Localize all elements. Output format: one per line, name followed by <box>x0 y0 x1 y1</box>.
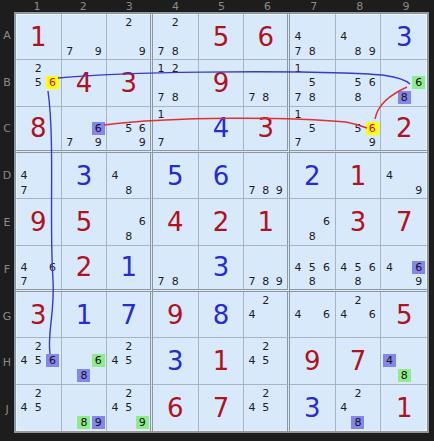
cell-F3[interactable]: 1 <box>107 246 153 292</box>
candidates: 48 <box>108 154 149 197</box>
candidate: 4 <box>109 354 122 367</box>
cell-B6[interactable]: 78 <box>244 60 290 106</box>
row-label-H: H <box>0 339 14 386</box>
candidate-slot-7 <box>108 44 122 58</box>
candidate-slot-5 <box>122 29 136 43</box>
candidate-highlight-purple: 8 <box>351 416 364 429</box>
candidate-slot-6: 6 <box>45 354 59 368</box>
candidate-slot-3 <box>319 200 333 214</box>
candidate-slot-3 <box>272 386 286 401</box>
candidate-slot-8 <box>122 44 136 58</box>
candidate-slot-7 <box>382 274 397 288</box>
candidate-highlight-purple: 8 <box>398 91 411 104</box>
candidate-slot-3 <box>272 293 286 307</box>
candidate: 5 <box>259 401 272 414</box>
cell-F5[interactable]: 3 <box>199 246 245 292</box>
candidate-slot-2 <box>305 247 319 261</box>
candidate: 7 <box>18 184 31 197</box>
candidate: 2 <box>259 294 272 307</box>
candidate: 7 <box>292 91 305 104</box>
cell-C3[interactable]: 569 <box>107 107 153 153</box>
cell-D7[interactable]: 2 <box>290 153 336 199</box>
cell-C9[interactable]: 2 <box>381 107 427 153</box>
cell-D3[interactable]: 48 <box>107 153 153 199</box>
candidate-slot-4: 4 <box>337 260 351 274</box>
given-digit: 4 <box>153 199 198 244</box>
cell-G6[interactable]: 24 <box>244 292 290 338</box>
candidate: 8 <box>259 91 272 104</box>
candidate-slot-3 <box>411 154 426 168</box>
cell-J3[interactable]: 2459 <box>107 385 153 431</box>
cell-B4[interactable]: 1278 <box>153 60 199 106</box>
candidate-slot-4 <box>108 215 122 229</box>
candidate-slot-8 <box>122 415 136 430</box>
candidate-slot-6 <box>272 168 286 182</box>
given-digit: 3 <box>16 292 61 337</box>
candidate-slot-8 <box>77 135 91 149</box>
candidate-slot-8: 8 <box>168 44 182 58</box>
candidate: 4 <box>337 401 350 414</box>
candidate: 7 <box>292 136 305 149</box>
candidate: 9 <box>136 136 149 149</box>
cell-J1[interactable]: 245 <box>16 385 62 431</box>
candidate-slot-2 <box>397 247 412 261</box>
candidate-slot-9 <box>411 90 426 104</box>
cell-D8[interactable]: 1 <box>336 153 382 199</box>
candidate-slot-1 <box>245 61 259 75</box>
candidate-slot-3 <box>272 61 286 75</box>
cell-A1[interactable]: 1 <box>16 14 62 60</box>
candidate-slot-7: 7 <box>245 90 259 104</box>
candidate: 6 <box>136 122 149 135</box>
candidate: 4 <box>246 354 259 367</box>
candidate-slot-9: 9 <box>411 183 426 197</box>
cell-D6[interactable]: 789 <box>244 153 290 199</box>
cell-E9[interactable]: 7 <box>381 199 427 245</box>
candidate: 2 <box>259 340 272 353</box>
candidate-slot-4: 4 <box>108 168 122 182</box>
cell-J8[interactable]: 248 <box>336 385 382 431</box>
given-digit: 3 <box>107 60 150 105</box>
candidate-slot-6 <box>411 354 426 368</box>
candidate-slot-3 <box>91 386 105 401</box>
candidates: 47 <box>17 154 60 197</box>
candidate-slot-6: 6 <box>319 215 333 229</box>
cell-G8[interactable]: 246 <box>336 292 382 338</box>
candidate-slot-8 <box>31 415 45 430</box>
cell-J2[interactable]: 89 <box>62 385 108 431</box>
candidate-slot-2 <box>259 154 273 168</box>
candidate-slot-7 <box>337 135 351 149</box>
candidate-slot-5: 5 <box>31 354 45 368</box>
candidate-slot-9 <box>411 368 426 382</box>
candidate-slot-8: 8 <box>305 229 319 243</box>
cell-J5[interactable]: 7 <box>199 385 245 431</box>
candidate-slot-2: 2 <box>351 386 365 401</box>
candidate-slot-5: 5 <box>122 354 136 368</box>
candidate-slot-4 <box>63 29 77 43</box>
candidate-slot-2 <box>305 293 319 307</box>
candidate: 4 <box>18 401 31 414</box>
candidate-slot-6 <box>45 400 59 415</box>
solved-digit: 3 <box>62 153 107 198</box>
solved-digit: 8 <box>199 292 244 337</box>
candidate-highlight-purple: 6 <box>92 122 105 135</box>
candidate-slot-8: 8 <box>397 368 412 382</box>
candidate: 8 <box>306 45 319 58</box>
candidate-slot-4: 4 <box>337 400 351 415</box>
cell-G7[interactable]: 46 <box>290 292 336 338</box>
cell-B5[interactable]: 9 <box>199 60 245 106</box>
candidate-slot-9 <box>365 415 379 430</box>
candidate-slot-8 <box>259 415 273 430</box>
cell-J9[interactable]: 1 <box>381 385 427 431</box>
cell-G3[interactable]: 7 <box>107 292 153 338</box>
candidate-slot-4 <box>291 76 305 90</box>
cell-F1[interactable]: 467 <box>16 246 62 292</box>
candidate: 8 <box>306 230 319 243</box>
candidate-slot-7: 7 <box>63 44 77 58</box>
cell-B3[interactable]: 3 <box>107 60 153 106</box>
candidate: 9 <box>136 45 149 58</box>
candidate-slot-7: 7 <box>154 274 168 288</box>
candidate: 4 <box>337 308 350 321</box>
candidate-slot-1: 1 <box>291 61 305 75</box>
cell-A6[interactable]: 6 <box>244 14 290 60</box>
candidate-slot-5 <box>259 168 273 182</box>
candidate-slot-5 <box>397 260 412 274</box>
candidate-slot-6 <box>365 400 379 415</box>
cell-H6[interactable]: 245 <box>244 338 290 384</box>
cell-H2[interactable]: 68 <box>62 338 108 384</box>
candidate-slot-7 <box>17 368 31 382</box>
cell-D9[interactable]: 49 <box>381 153 427 199</box>
candidate-slot-6 <box>319 121 333 135</box>
cell-C8[interactable]: 569 <box>336 107 382 153</box>
cell-E5[interactable]: 2 <box>199 199 245 245</box>
candidate-slot-6 <box>365 29 379 43</box>
candidate-slot-6 <box>272 354 286 368</box>
col-label-1: 1 <box>14 0 60 12</box>
cell-C6[interactable]: 3 <box>244 107 290 153</box>
cell-J6[interactable]: 245 <box>244 385 290 431</box>
cell-F9[interactable]: 469 <box>381 246 427 292</box>
candidate-slot-9 <box>91 368 105 382</box>
row-label-G: G <box>0 293 14 340</box>
cell-A8[interactable]: 489 <box>336 14 382 60</box>
candidate-slot-4 <box>108 29 122 43</box>
candidate-slot-6 <box>135 354 149 368</box>
candidate: 7 <box>155 91 168 104</box>
candidate: 7 <box>63 45 76 58</box>
candidate-slot-7: 7 <box>17 274 31 288</box>
cell-H3[interactable]: 245 <box>107 338 153 384</box>
candidate-slot-8 <box>305 322 319 336</box>
candidate-slot-8 <box>351 135 365 149</box>
candidate-slot-7 <box>337 44 351 58</box>
candidate-slot-7 <box>291 229 305 243</box>
candidate-slot-3 <box>91 339 105 353</box>
candidate-slot-6: 6 <box>45 260 59 274</box>
candidate-slot-5 <box>168 29 182 43</box>
candidate-slot-4 <box>245 76 259 90</box>
candidate-slot-5: 5 <box>122 400 136 415</box>
candidate-slot-5: 5 <box>305 260 319 274</box>
candidate-slot-7: 7 <box>291 135 305 149</box>
cell-H1[interactable]: 2456 <box>16 338 62 384</box>
candidate: 8 <box>122 184 135 197</box>
cell-E2[interactable]: 5 <box>62 199 108 245</box>
candidate-slot-4: 4 <box>382 354 397 368</box>
candidate-slot-7 <box>337 322 351 336</box>
candidate-slot-1 <box>291 247 305 261</box>
cell-B9[interactable]: 68 <box>381 60 427 106</box>
candidate-slot-6: 6 <box>365 307 379 321</box>
cell-A3[interactable]: 29 <box>107 14 153 60</box>
cell-A7[interactable]: 478 <box>290 14 336 60</box>
cell-H4[interactable]: 3 <box>153 338 199 384</box>
candidate-slot-5: 5 <box>305 76 319 90</box>
candidate-slot-2 <box>397 154 412 168</box>
candidate-slot-4: 4 <box>245 400 259 415</box>
candidate-slot-7: 7 <box>17 183 31 197</box>
candidate-highlight-green: 6 <box>412 76 425 89</box>
candidate-slot-7 <box>108 183 122 197</box>
candidate: 8 <box>169 91 182 104</box>
cell-J4[interactable]: 6 <box>153 385 199 431</box>
candidate-slot-7 <box>245 415 259 430</box>
candidate-slot-3 <box>135 108 149 122</box>
candidate: 4 <box>109 401 122 414</box>
cell-G5[interactable]: 8 <box>199 292 245 338</box>
candidates: 789 <box>245 154 286 197</box>
given-digit: 6 <box>153 385 198 431</box>
candidate-slot-6: 6 <box>365 76 379 90</box>
cell-F6[interactable]: 789 <box>244 246 290 292</box>
candidate: 2 <box>169 62 182 75</box>
candidate-slot-8: 8 <box>122 183 136 197</box>
candidate-slot-8 <box>31 183 45 197</box>
row-label-A: A <box>0 12 14 59</box>
candidate-slot-6: 6 <box>319 260 333 274</box>
candidate-slot-3 <box>135 15 149 29</box>
candidate-slot-9 <box>182 90 196 104</box>
candidate-slot-6 <box>272 400 286 415</box>
candidate: 6 <box>366 76 379 89</box>
candidate-slot-8 <box>305 135 319 149</box>
solved-digit: 7 <box>107 292 150 337</box>
candidate-slot-2 <box>77 339 91 353</box>
candidate-slot-7 <box>63 415 77 430</box>
candidate-slot-3 <box>272 339 286 353</box>
cell-A5[interactable]: 5 <box>199 14 245 60</box>
cell-C4[interactable]: 17 <box>153 107 199 153</box>
cell-H5[interactable]: 1 <box>199 338 245 384</box>
given-digit: 7 <box>381 199 427 244</box>
cell-F2[interactable]: 2 <box>62 246 108 292</box>
cell-C2[interactable]: 679 <box>62 107 108 153</box>
cell-C5[interactable]: 4 <box>199 107 245 153</box>
cell-A2[interactable]: 79 <box>62 14 108 60</box>
candidate-slot-3 <box>182 247 196 261</box>
row-label-E: E <box>0 199 14 246</box>
candidate: 5 <box>32 354 45 367</box>
candidate-slot-2 <box>351 61 365 75</box>
cell-C1[interactable]: 8 <box>16 107 62 153</box>
candidate-slot-1 <box>108 154 122 168</box>
candidates: 245 <box>17 386 60 430</box>
candidate-slot-4: 4 <box>291 307 305 321</box>
candidates: 78 <box>245 61 286 104</box>
cell-D2[interactable]: 3 <box>62 153 108 199</box>
candidate-slot-2 <box>351 15 365 29</box>
cell-E3[interactable]: 68 <box>107 199 153 245</box>
given-digit: 9 <box>290 338 335 383</box>
candidate-slot-1 <box>382 247 397 261</box>
candidate: 5 <box>351 261 364 274</box>
candidate-highlight-purple: 4 <box>383 354 396 367</box>
col-label-8: 8 <box>337 0 383 12</box>
row-label-D: D <box>0 152 14 199</box>
cell-B1[interactable]: 256 <box>16 60 62 106</box>
col-label-9: 9 <box>383 0 429 12</box>
candidate: 9 <box>366 136 379 149</box>
candidate-slot-3 <box>182 61 196 75</box>
candidate-slot-8 <box>397 274 412 288</box>
cell-G4[interactable]: 9 <box>153 292 199 338</box>
candidate-slot-5 <box>259 76 273 90</box>
candidate: 8 <box>351 275 364 288</box>
candidate-slot-5 <box>351 307 365 321</box>
candidate-slot-9 <box>182 135 196 149</box>
candidate-slot-7 <box>337 90 351 104</box>
candidate-slot-7: 7 <box>245 274 259 288</box>
candidate-slot-2 <box>351 108 365 122</box>
candidate: 6 <box>46 261 59 274</box>
candidate-slot-3 <box>45 247 59 261</box>
cell-B2[interactable]: 4 <box>62 60 108 106</box>
candidate-slot-4: 4 <box>245 307 259 321</box>
col-label-3: 3 <box>106 0 152 12</box>
candidate-slot-2: 2 <box>259 386 273 401</box>
candidate-slot-3 <box>135 339 149 353</box>
given-digit: 9 <box>16 199 61 244</box>
candidate-slot-9 <box>272 415 286 430</box>
cell-H7[interactable]: 9 <box>290 338 336 384</box>
cell-E8[interactable]: 3 <box>336 199 382 245</box>
candidates: 245 <box>108 339 149 382</box>
cell-A9[interactable]: 3 <box>381 14 427 60</box>
candidate: 9 <box>412 275 425 288</box>
cell-B7[interactable]: 1578 <box>290 60 336 106</box>
candidate-slot-7 <box>108 229 122 243</box>
candidate: 9 <box>273 184 286 197</box>
candidate-slot-4 <box>382 76 397 90</box>
cell-E6[interactable]: 1 <box>244 199 290 245</box>
candidate-slot-7 <box>108 135 122 149</box>
candidate-slot-6: 6 <box>411 76 426 90</box>
candidate-slot-6 <box>272 260 286 274</box>
cell-F8[interactable]: 4568 <box>336 246 382 292</box>
candidate-slot-4 <box>154 76 168 90</box>
cell-J7[interactable]: 3 <box>290 385 336 431</box>
candidate-slot-9 <box>319 90 333 104</box>
candidate-slot-4 <box>63 121 77 135</box>
cell-E7[interactable]: 68 <box>290 199 336 245</box>
candidate: 2 <box>32 62 45 75</box>
candidate-slot-4: 4 <box>17 168 31 182</box>
cell-D1[interactable]: 47 <box>16 153 62 199</box>
cell-F7[interactable]: 4568 <box>290 246 336 292</box>
candidate: 5 <box>259 354 272 367</box>
cell-C7[interactable]: 157 <box>290 107 336 153</box>
row-label-F: F <box>0 246 14 293</box>
cell-H8[interactable]: 7 <box>336 338 382 384</box>
cell-A4[interactable]: 278 <box>153 14 199 60</box>
candidate: 4 <box>18 261 31 274</box>
candidate-slot-3 <box>182 15 196 29</box>
solved-digit: 3 <box>290 385 335 431</box>
cell-E1[interactable]: 9 <box>16 199 62 245</box>
candidates: 278 <box>154 15 197 58</box>
candidate-slot-3 <box>365 15 379 29</box>
candidate-slot-3 <box>91 15 105 29</box>
candidate-slot-1 <box>154 15 168 29</box>
candidate: 5 <box>306 76 319 89</box>
candidate-slot-8 <box>351 322 365 336</box>
candidate-slot-6: 6 <box>319 307 333 321</box>
candidate-slot-8: 8 <box>305 274 319 288</box>
candidate-slot-9 <box>319 44 333 58</box>
candidates: 157 <box>291 108 334 149</box>
candidate-slot-9: 9 <box>135 415 149 430</box>
candidate-slot-8: 8 <box>168 90 182 104</box>
candidate-slot-9: 9 <box>365 135 379 149</box>
row-label-J: J <box>0 386 14 433</box>
cell-G1[interactable]: 3 <box>16 292 62 338</box>
candidate-slot-7 <box>17 415 31 430</box>
candidate: 8 <box>169 45 182 58</box>
cell-D5[interactable]: 6 <box>199 153 245 199</box>
candidate: 2 <box>122 387 135 400</box>
given-digit: 1 <box>336 153 381 198</box>
candidate: 8 <box>259 184 272 197</box>
row-labels: A B C D E F G H J <box>0 12 14 433</box>
cell-H9[interactable]: 48 <box>381 338 427 384</box>
candidate: 5 <box>351 76 364 89</box>
candidate-slot-6: 6 <box>45 76 59 90</box>
candidates: 79 <box>63 15 106 58</box>
cell-E4[interactable]: 4 <box>153 199 199 245</box>
candidate-slot-1 <box>291 15 305 29</box>
candidate-slot-8: 8 <box>351 90 365 104</box>
cell-B8[interactable]: 568 <box>336 60 382 106</box>
candidate-slot-4: 4 <box>108 354 122 368</box>
candidate-slot-5 <box>305 29 319 43</box>
candidate-slot-5: 5 <box>351 76 365 90</box>
candidate-slot-4 <box>108 121 122 135</box>
candidate-slot-3 <box>411 339 426 353</box>
cell-F4[interactable]: 78 <box>153 246 199 292</box>
solved-digit: 3 <box>381 14 427 59</box>
cell-G2[interactable]: 1 <box>62 292 108 338</box>
candidate-slot-8: 8 <box>168 274 182 288</box>
candidate: 4 <box>337 261 350 274</box>
cell-G9[interactable]: 5 <box>381 292 427 338</box>
candidate-slot-8: 8 <box>259 90 273 104</box>
given-digit: 5 <box>199 14 244 59</box>
cell-D4[interactable]: 5 <box>153 153 199 199</box>
